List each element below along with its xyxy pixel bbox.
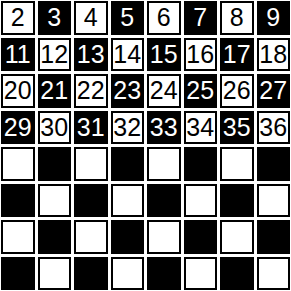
cell-r7c6[interactable]: [184, 220, 218, 254]
cell-r1c8[interactable]: 9: [257, 1, 291, 35]
cell-r1c3[interactable]: 4: [74, 1, 108, 35]
cell-r5c6[interactable]: [184, 147, 218, 181]
cell-r6c3[interactable]: [74, 184, 108, 218]
cell-r6c8[interactable]: [257, 184, 291, 218]
cell-r2c8[interactable]: 18: [257, 38, 291, 72]
cell-r6c7[interactable]: [220, 184, 254, 218]
cell-r3c6[interactable]: 25: [184, 74, 218, 108]
cell-r8c7[interactable]: [220, 257, 254, 291]
cell-r4c6[interactable]: 34: [184, 111, 218, 145]
cell-r6c6[interactable]: [184, 184, 218, 218]
cell-r2c2[interactable]: 12: [38, 38, 72, 72]
cell-r1c4[interactable]: 5: [111, 1, 145, 35]
cell-r7c7[interactable]: [220, 220, 254, 254]
cell-r3c2[interactable]: 21: [38, 74, 72, 108]
cell-r4c7[interactable]: 35: [220, 111, 254, 145]
cell-r7c5[interactable]: [147, 220, 181, 254]
cell-r4c2[interactable]: 30: [38, 111, 72, 145]
cell-r7c3[interactable]: [74, 220, 108, 254]
cell-r6c2[interactable]: [38, 184, 72, 218]
cell-r8c3[interactable]: [74, 257, 108, 291]
cell-r8c1[interactable]: [1, 257, 35, 291]
cell-r3c5[interactable]: 24: [147, 74, 181, 108]
cell-r5c7[interactable]: [220, 147, 254, 181]
cell-r6c5[interactable]: [147, 184, 181, 218]
cell-r8c5[interactable]: [147, 257, 181, 291]
cell-r2c4[interactable]: 14: [111, 38, 145, 72]
cell-r5c1[interactable]: [1, 147, 35, 181]
cell-r4c1[interactable]: 29: [1, 111, 35, 145]
cell-r1c2[interactable]: 3: [38, 1, 72, 35]
cell-r7c2[interactable]: [38, 220, 72, 254]
cell-r5c5[interactable]: [147, 147, 181, 181]
cell-r8c6[interactable]: [184, 257, 218, 291]
cell-r2c1[interactable]: 11: [1, 38, 35, 72]
cell-r7c4[interactable]: [111, 220, 145, 254]
cell-r3c7[interactable]: 26: [220, 74, 254, 108]
cell-r3c3[interactable]: 22: [74, 74, 108, 108]
cell-r3c8[interactable]: 27: [257, 74, 291, 108]
cell-r3c4[interactable]: 23: [111, 74, 145, 108]
cell-r4c3[interactable]: 31: [74, 111, 108, 145]
cell-r6c1[interactable]: [1, 184, 35, 218]
cell-r8c4[interactable]: [111, 257, 145, 291]
cell-r1c7[interactable]: 8: [220, 1, 254, 35]
cell-r2c7[interactable]: 17: [220, 38, 254, 72]
cell-r7c1[interactable]: [1, 220, 35, 254]
cell-r5c4[interactable]: [111, 147, 145, 181]
cell-r4c8[interactable]: 36: [257, 111, 291, 145]
cell-r6c4[interactable]: [111, 184, 145, 218]
cell-r1c6[interactable]: 7: [184, 1, 218, 35]
cell-r4c4[interactable]: 32: [111, 111, 145, 145]
cell-r2c6[interactable]: 16: [184, 38, 218, 72]
cell-r5c3[interactable]: [74, 147, 108, 181]
cell-r3c1[interactable]: 20: [1, 74, 35, 108]
cell-r2c3[interactable]: 13: [74, 38, 108, 72]
cell-r5c8[interactable]: [257, 147, 291, 181]
puzzle-board: 2345678911121314151617182021222324252627…: [0, 0, 291, 291]
cell-r1c1[interactable]: 2: [1, 1, 35, 35]
cell-r4c5[interactable]: 33: [147, 111, 181, 145]
cell-r8c8[interactable]: [257, 257, 291, 291]
cell-r5c2[interactable]: [38, 147, 72, 181]
cell-r2c5[interactable]: 15: [147, 38, 181, 72]
cell-r1c5[interactable]: 6: [147, 1, 181, 35]
cell-r7c8[interactable]: [257, 220, 291, 254]
cell-r8c2[interactable]: [38, 257, 72, 291]
